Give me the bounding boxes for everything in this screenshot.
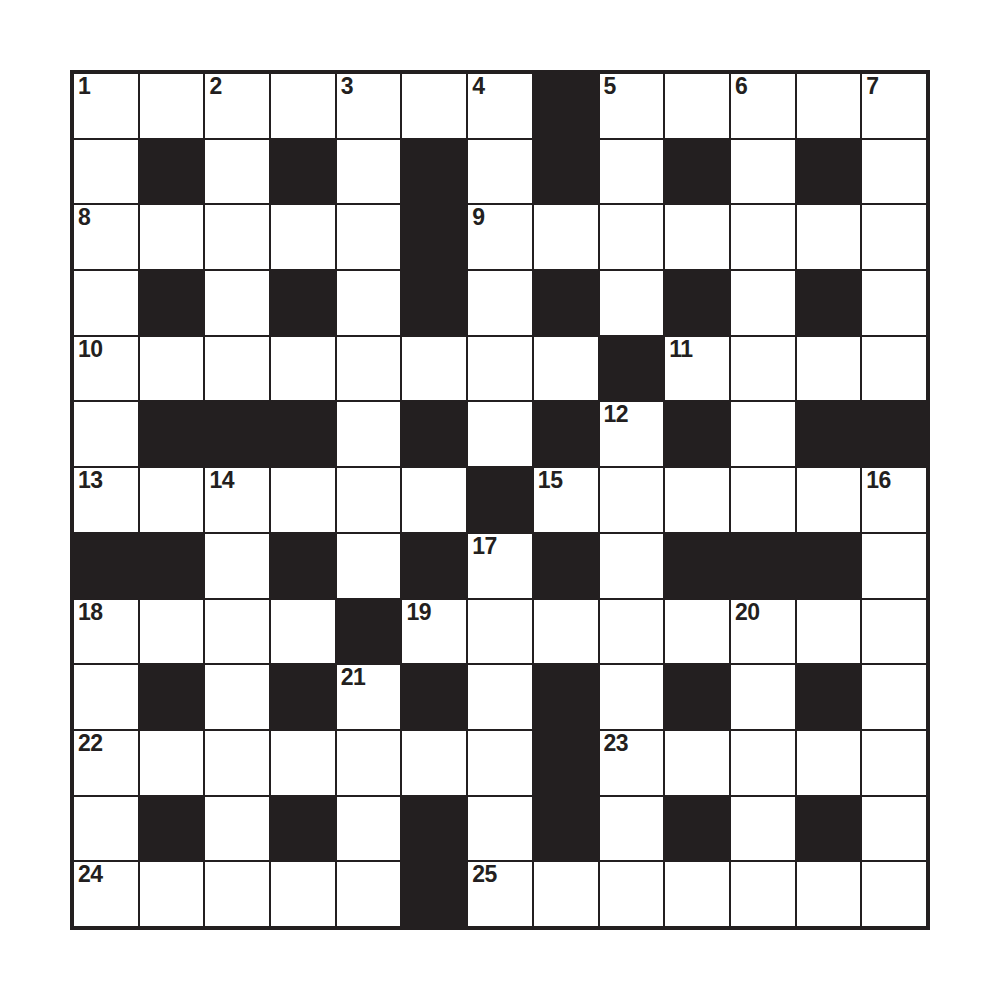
letter-cell-r10c4[interactable]	[337, 731, 401, 795]
clue-number-17: 17	[472, 533, 497, 559]
letter-cell-r1c4[interactable]	[337, 140, 401, 204]
letter-cell-r9c8[interactable]	[600, 665, 664, 729]
letter-cell-r8c9[interactable]	[665, 600, 729, 664]
letter-cell-r8c10[interactable]: 20	[731, 600, 795, 664]
letter-cell-r2c1[interactable]	[140, 205, 204, 269]
letter-cell-r5c0[interactable]	[74, 402, 138, 466]
block-cell-r5c3	[271, 402, 335, 466]
letter-cell-r12c4[interactable]	[337, 862, 401, 926]
block-cell-r3c7	[534, 271, 598, 335]
block-cell-r5c12	[862, 402, 926, 466]
letter-cell-r1c8[interactable]	[600, 140, 664, 204]
block-cell-r11c3	[271, 797, 335, 861]
clue-number-1: 1	[78, 73, 90, 99]
block-cell-r3c5	[402, 271, 466, 335]
block-cell-r8c4	[337, 600, 401, 664]
letter-cell-r9c0[interactable]	[74, 665, 138, 729]
letter-cell-r4c1[interactable]	[140, 337, 204, 401]
block-cell-r5c9	[665, 402, 729, 466]
block-cell-r4c8	[600, 337, 664, 401]
letter-cell-r7c4[interactable]	[337, 534, 401, 598]
letter-cell-r3c12[interactable]	[862, 271, 926, 335]
clue-number-3: 3	[341, 73, 353, 99]
letter-cell-r3c10[interactable]	[731, 271, 795, 335]
letter-cell-r10c5[interactable]	[402, 731, 466, 795]
clue-number-20: 20	[735, 599, 760, 625]
block-cell-r11c7	[534, 797, 598, 861]
letter-cell-r6c1[interactable]	[140, 468, 204, 532]
letter-cell-r8c0[interactable]: 18	[74, 600, 138, 664]
block-cell-r5c7	[534, 402, 598, 466]
letter-cell-r3c0[interactable]	[74, 271, 138, 335]
letter-cell-r11c4[interactable]	[337, 797, 401, 861]
letter-cell-r0c4[interactable]: 3	[337, 74, 401, 138]
block-cell-r7c3	[271, 534, 335, 598]
block-cell-r9c11	[797, 665, 861, 729]
letter-cell-r8c3[interactable]	[271, 600, 335, 664]
block-cell-r5c5	[402, 402, 466, 466]
letter-cell-r2c0[interactable]: 8	[74, 205, 138, 269]
letter-cell-r4c11[interactable]	[797, 337, 861, 401]
letter-cell-r8c7[interactable]	[534, 600, 598, 664]
block-cell-r5c2	[205, 402, 269, 466]
letter-cell-r10c9[interactable]	[665, 731, 729, 795]
letter-cell-r0c3[interactable]	[271, 74, 335, 138]
letter-cell-r10c12[interactable]	[862, 731, 926, 795]
letter-cell-r6c0[interactable]: 13	[74, 468, 138, 532]
block-cell-r9c9	[665, 665, 729, 729]
clue-number-16: 16	[866, 467, 891, 493]
letter-cell-r11c0[interactable]	[74, 797, 138, 861]
letter-cell-r9c12[interactable]	[862, 665, 926, 729]
clue-number-25: 25	[472, 861, 497, 887]
letter-cell-r0c1[interactable]	[140, 74, 204, 138]
block-cell-r7c5	[402, 534, 466, 598]
letter-cell-r12c7[interactable]	[534, 862, 598, 926]
letter-cell-r10c8[interactable]: 23	[600, 731, 664, 795]
block-cell-r3c9	[665, 271, 729, 335]
block-cell-r7c1	[140, 534, 204, 598]
letter-cell-r2c12[interactable]	[862, 205, 926, 269]
block-cell-r10c7	[534, 731, 598, 795]
block-cell-r1c7	[534, 140, 598, 204]
letter-cell-r12c11[interactable]	[797, 862, 861, 926]
letter-cell-r11c10[interactable]	[731, 797, 795, 861]
clue-number-10: 10	[78, 336, 103, 362]
letter-cell-r2c11[interactable]	[797, 205, 861, 269]
letter-cell-r2c7[interactable]	[534, 205, 598, 269]
letter-cell-r8c8[interactable]	[600, 600, 664, 664]
clue-number-24: 24	[78, 861, 103, 887]
letter-cell-r12c9[interactable]	[665, 862, 729, 926]
letter-cell-r6c9[interactable]	[665, 468, 729, 532]
clue-number-23: 23	[604, 730, 629, 756]
letter-cell-r1c0[interactable]	[74, 140, 138, 204]
letter-cell-r6c3[interactable]	[271, 468, 335, 532]
block-cell-r5c1	[140, 402, 204, 466]
clue-number-11: 11	[669, 336, 692, 362]
letter-cell-r12c3[interactable]	[271, 862, 335, 926]
letter-cell-r3c6[interactable]	[468, 271, 532, 335]
clue-number-22: 22	[78, 730, 103, 756]
letter-cell-r4c10[interactable]	[731, 337, 795, 401]
letter-cell-r6c5[interactable]	[402, 468, 466, 532]
block-cell-r1c9	[665, 140, 729, 204]
letter-cell-r8c1[interactable]	[140, 600, 204, 664]
letter-cell-r3c8[interactable]	[600, 271, 664, 335]
letter-cell-r6c12[interactable]: 16	[862, 468, 926, 532]
block-cell-r9c3	[271, 665, 335, 729]
letter-cell-r4c2[interactable]	[205, 337, 269, 401]
letter-cell-r7c8[interactable]	[600, 534, 664, 598]
block-cell-r0c7	[534, 74, 598, 138]
letter-cell-r2c9[interactable]	[665, 205, 729, 269]
letter-cell-r9c10[interactable]	[731, 665, 795, 729]
letter-cell-r11c8[interactable]	[600, 797, 664, 861]
letter-cell-r2c8[interactable]	[600, 205, 664, 269]
clue-number-14: 14	[209, 467, 234, 493]
letter-cell-r5c10[interactable]	[731, 402, 795, 466]
letter-cell-r6c7[interactable]: 15	[534, 468, 598, 532]
block-cell-r1c1	[140, 140, 204, 204]
letter-cell-r6c2[interactable]: 14	[205, 468, 269, 532]
block-cell-r7c9	[665, 534, 729, 598]
block-cell-r9c7	[534, 665, 598, 729]
letter-cell-r6c4[interactable]	[337, 468, 401, 532]
letter-cell-r2c4[interactable]	[337, 205, 401, 269]
letter-cell-r4c0[interactable]: 10	[74, 337, 138, 401]
letter-cell-r1c10[interactable]	[731, 140, 795, 204]
letter-cell-r8c12[interactable]	[862, 600, 926, 664]
letter-cell-r0c5[interactable]	[402, 74, 466, 138]
block-cell-r11c11	[797, 797, 861, 861]
letter-cell-r4c7[interactable]	[534, 337, 598, 401]
letter-cell-r4c3[interactable]	[271, 337, 335, 401]
letter-cell-r5c8[interactable]: 12	[600, 402, 664, 466]
clue-number-12: 12	[604, 401, 629, 427]
clue-number-6: 6	[735, 73, 747, 99]
block-cell-r7c11	[797, 534, 861, 598]
letter-cell-r12c6[interactable]: 25	[468, 862, 532, 926]
block-cell-r6c6	[468, 468, 532, 532]
clue-number-13: 13	[78, 467, 103, 493]
block-cell-r3c1	[140, 271, 204, 335]
letter-cell-r3c2[interactable]	[205, 271, 269, 335]
block-cell-r9c5	[402, 665, 466, 729]
letter-cell-r5c4[interactable]	[337, 402, 401, 466]
letter-cell-r6c11[interactable]	[797, 468, 861, 532]
block-cell-r5c11	[797, 402, 861, 466]
clue-number-4: 4	[472, 73, 484, 99]
letter-cell-r12c1[interactable]	[140, 862, 204, 926]
clue-number-7: 7	[866, 73, 878, 99]
letter-cell-r4c4[interactable]	[337, 337, 401, 401]
letter-cell-r8c6[interactable]	[468, 600, 532, 664]
clue-number-5: 5	[604, 73, 616, 99]
letter-cell-r0c10[interactable]: 6	[731, 74, 795, 138]
letter-cell-r8c2[interactable]	[205, 600, 269, 664]
letter-cell-r6c8[interactable]	[600, 468, 664, 532]
letter-cell-r11c6[interactable]	[468, 797, 532, 861]
letter-cell-r2c10[interactable]	[731, 205, 795, 269]
letter-cell-r1c2[interactable]	[205, 140, 269, 204]
letter-cell-r10c0[interactable]: 22	[74, 731, 138, 795]
letter-cell-r10c3[interactable]	[271, 731, 335, 795]
block-cell-r1c5	[402, 140, 466, 204]
letter-cell-r4c12[interactable]	[862, 337, 926, 401]
block-cell-r11c5	[402, 797, 466, 861]
letter-cell-r10c11[interactable]	[797, 731, 861, 795]
letter-cell-r3c4[interactable]	[337, 271, 401, 335]
letter-cell-r5c6[interactable]	[468, 402, 532, 466]
letter-cell-r2c3[interactable]	[271, 205, 335, 269]
letter-cell-r12c2[interactable]	[205, 862, 269, 926]
letter-cell-r2c2[interactable]	[205, 205, 269, 269]
letter-cell-r10c6[interactable]	[468, 731, 532, 795]
clue-number-8: 8	[78, 204, 90, 230]
block-cell-r2c5	[402, 205, 466, 269]
block-cell-r11c1	[140, 797, 204, 861]
block-cell-r7c0	[74, 534, 138, 598]
letter-cell-r12c8[interactable]	[600, 862, 664, 926]
letter-cell-r0c0[interactable]: 1	[74, 74, 138, 138]
letter-cell-r10c2[interactable]	[205, 731, 269, 795]
clue-number-18: 18	[78, 599, 103, 625]
letter-cell-r11c2[interactable]	[205, 797, 269, 861]
letter-cell-r12c10[interactable]	[731, 862, 795, 926]
letter-cell-r8c5[interactable]: 19	[402, 600, 466, 664]
letter-cell-r11c12[interactable]	[862, 797, 926, 861]
letter-cell-r0c2[interactable]: 2	[205, 74, 269, 138]
block-cell-r3c11	[797, 271, 861, 335]
letter-cell-r1c6[interactable]	[468, 140, 532, 204]
clue-number-2: 2	[209, 73, 221, 99]
clue-number-21: 21	[341, 664, 366, 690]
letter-cell-r9c4[interactable]: 21	[337, 665, 401, 729]
letter-cell-r0c6[interactable]: 4	[468, 74, 532, 138]
letter-cell-r7c12[interactable]	[862, 534, 926, 598]
block-cell-r11c9	[665, 797, 729, 861]
clue-number-15: 15	[538, 467, 563, 493]
clue-number-19: 19	[406, 599, 431, 625]
letter-cell-r4c9[interactable]: 11	[665, 337, 729, 401]
crossword-page: 1234567891011121314151617181920212223242…	[0, 0, 1000, 1000]
letter-cell-r4c6[interactable]	[468, 337, 532, 401]
block-cell-r7c7	[534, 534, 598, 598]
letter-cell-r0c11[interactable]	[797, 74, 861, 138]
clue-number-9: 9	[472, 204, 484, 230]
letter-cell-r10c1[interactable]	[140, 731, 204, 795]
block-cell-r1c3	[271, 140, 335, 204]
letter-cell-r0c9[interactable]	[665, 74, 729, 138]
letter-cell-r0c12[interactable]: 7	[862, 74, 926, 138]
letter-cell-r1c12[interactable]	[862, 140, 926, 204]
block-cell-r3c3	[271, 271, 335, 335]
crossword-grid: 1234567891011121314151617181920212223242…	[70, 70, 930, 930]
block-cell-r9c1	[140, 665, 204, 729]
letter-cell-r0c8[interactable]: 5	[600, 74, 664, 138]
block-cell-r12c5	[402, 862, 466, 926]
letter-cell-r2c6[interactable]: 9	[468, 205, 532, 269]
letter-cell-r6c10[interactable]	[731, 468, 795, 532]
letter-cell-r9c6[interactable]	[468, 665, 532, 729]
letter-cell-r9c2[interactable]	[205, 665, 269, 729]
letter-cell-r12c0[interactable]: 24	[74, 862, 138, 926]
letter-cell-r12c12[interactable]	[862, 862, 926, 926]
letter-cell-r7c2[interactable]	[205, 534, 269, 598]
block-cell-r1c11	[797, 140, 861, 204]
letter-cell-r4c5[interactable]	[402, 337, 466, 401]
block-cell-r7c10	[731, 534, 795, 598]
letter-cell-r10c10[interactable]	[731, 731, 795, 795]
letter-cell-r7c6[interactable]: 17	[468, 534, 532, 598]
letter-cell-r8c11[interactable]	[797, 600, 861, 664]
